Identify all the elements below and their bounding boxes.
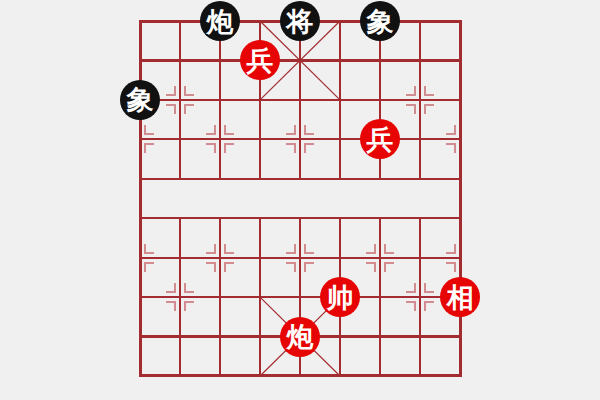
board-point: 帅 bbox=[320, 277, 360, 316]
board-point: 象 bbox=[360, 1, 400, 40]
board-point: 象 bbox=[120, 80, 160, 119]
piece-black-cannon[interactable]: 炮 bbox=[200, 1, 240, 41]
piece-red-general[interactable]: 帅 bbox=[320, 277, 360, 317]
piece-grid: 炮将象兵象兵帅相炮 bbox=[120, 1, 480, 395]
board-point: 相 bbox=[440, 277, 480, 316]
board-point: 兵 bbox=[240, 41, 280, 80]
piece-red-soldier[interactable]: 兵 bbox=[360, 119, 400, 159]
piece-black-elephant[interactable]: 象 bbox=[360, 1, 400, 41]
board-point: 兵 bbox=[360, 120, 400, 159]
board-point: 炮 bbox=[280, 317, 320, 356]
piece-red-elephant[interactable]: 相 bbox=[440, 277, 480, 317]
board-point: 将 bbox=[280, 1, 320, 40]
piece-black-elephant[interactable]: 象 bbox=[120, 80, 160, 120]
piece-red-soldier[interactable]: 兵 bbox=[240, 40, 280, 80]
board-point: 炮 bbox=[200, 1, 240, 40]
piece-black-general[interactable]: 将 bbox=[280, 1, 320, 41]
piece-red-cannon[interactable]: 炮 bbox=[280, 317, 320, 357]
xiangqi-board-stage: 炮将象兵象兵帅相炮 bbox=[0, 0, 600, 400]
